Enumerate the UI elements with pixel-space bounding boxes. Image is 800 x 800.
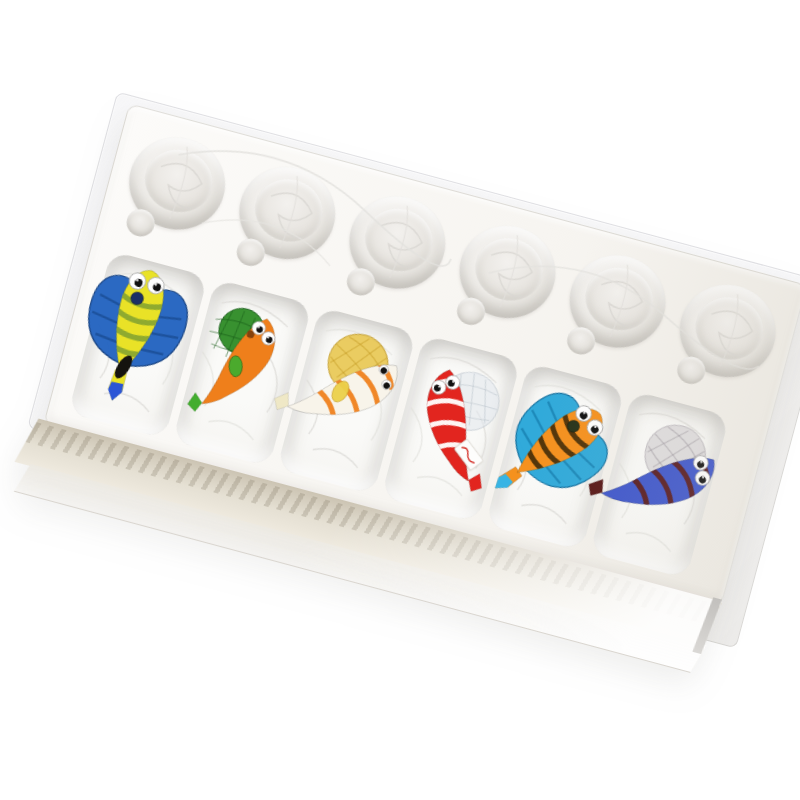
cup-cavity — [661, 268, 791, 412]
string-squiggle — [661, 268, 791, 412]
cup-cavity — [111, 120, 241, 264]
product-photo — [0, 0, 800, 800]
string-squiggle — [331, 179, 461, 323]
cup-cavity — [221, 150, 351, 294]
cup-cavity — [551, 238, 681, 382]
string-squiggle — [221, 150, 351, 294]
packaging-tray — [25, 103, 800, 674]
string-squiggle — [111, 120, 241, 264]
string-squiggle — [441, 209, 571, 353]
cup-cavity — [441, 209, 571, 353]
string-squiggle — [551, 238, 681, 382]
fish-tail-fin — [186, 391, 204, 412]
fish-tail-fin — [467, 472, 484, 493]
cup-cavity — [331, 179, 461, 323]
fish-pectoral-fin — [229, 356, 243, 377]
